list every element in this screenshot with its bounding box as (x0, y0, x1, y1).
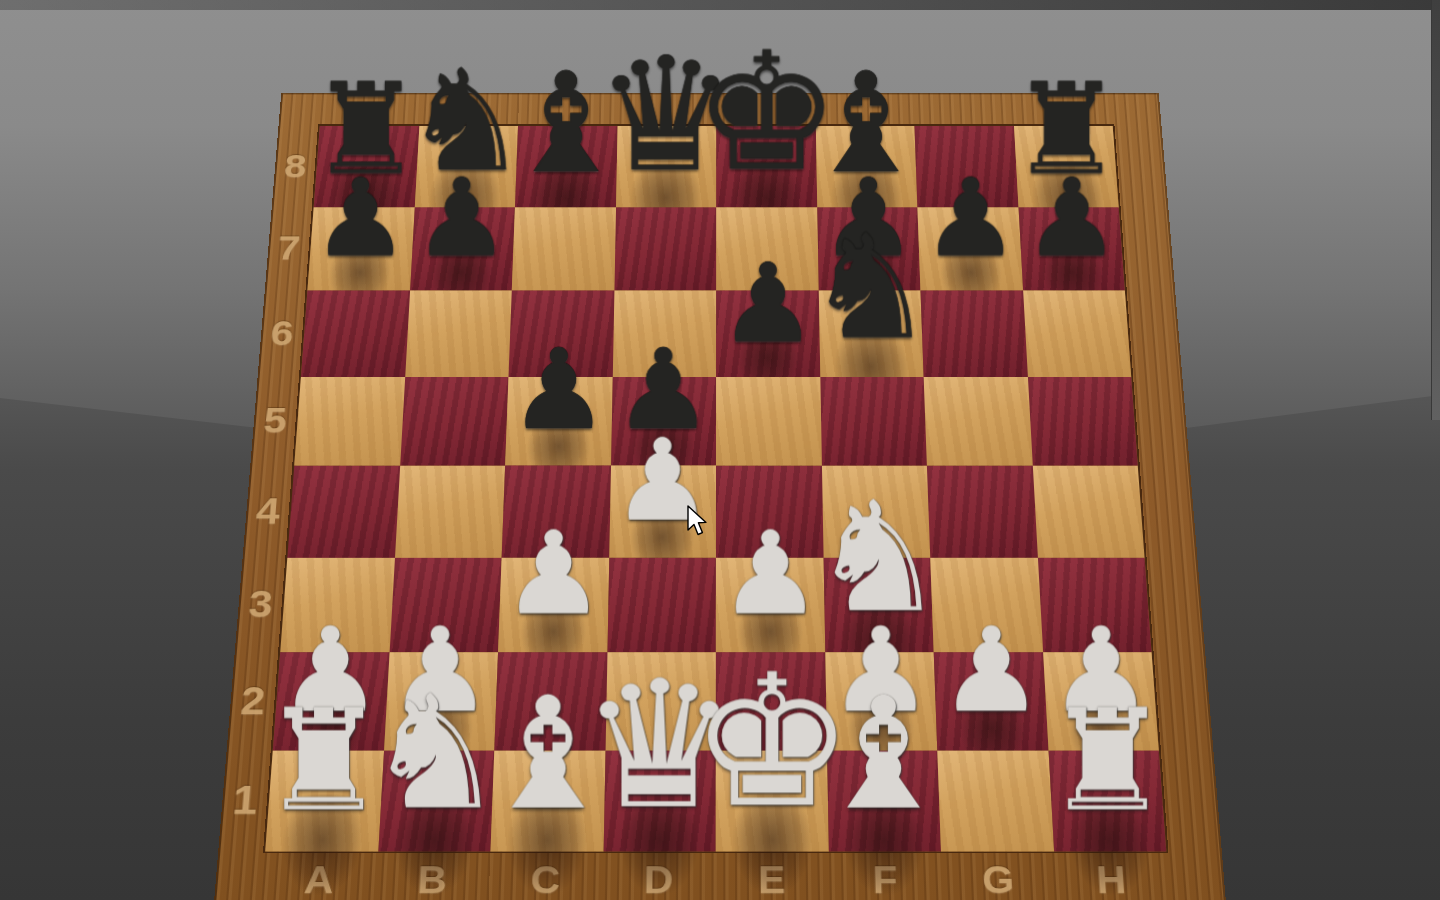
mouse-cursor-icon (686, 505, 710, 537)
square-c7[interactable] (512, 207, 616, 291)
square-a4[interactable] (287, 466, 399, 558)
piece-black-pawn-e6[interactable]: ♟ (719, 256, 817, 349)
rank-label-4: 4 (245, 493, 292, 530)
piece-black-pawn-a7[interactable]: ♟ (312, 173, 409, 265)
piece-white-pawn-c3[interactable]: ♟ (502, 525, 605, 623)
square-c3[interactable]: ♟ (498, 557, 609, 652)
rank-label-7: 7 (267, 232, 312, 265)
square-h5[interactable] (1027, 377, 1137, 466)
square-e8[interactable]: ♚ (716, 126, 817, 207)
piece-white-king-e1[interactable]: ♚ (690, 664, 854, 819)
square-h7[interactable]: ♟ (1018, 207, 1125, 291)
square-b5[interactable] (400, 377, 509, 466)
board-squares: ♜♞♝♛♚♝♜♟♟♟♟♟♟♞♟♟♟♟♟♞♟♟♟♟♟♜♞♝♛♚♝♜ (265, 126, 1166, 852)
rank-label-5: 5 (253, 403, 299, 438)
square-b7[interactable]: ♟ (410, 207, 515, 291)
rank-label-6: 6 (260, 316, 306, 350)
square-e6[interactable]: ♟ (716, 291, 820, 377)
square-b1[interactable]: ♞ (378, 750, 494, 851)
square-b4[interactable] (394, 466, 505, 558)
game-scene: 87654321ABCDEFGH♜♞♝♛♚♝♜♟♟♟♟♟♟♞♟♟♟♟♟♞♟♟♟♟… (0, 0, 1440, 900)
square-g5[interactable] (924, 377, 1033, 466)
piece-black-pawn-c5[interactable]: ♟ (509, 343, 609, 438)
square-h4[interactable] (1032, 466, 1144, 558)
piece-black-pawn-h7[interactable]: ♟ (1024, 173, 1121, 265)
square-a7[interactable]: ♟ (307, 207, 414, 291)
piece-black-pawn-b7[interactable]: ♟ (414, 173, 511, 265)
piece-white-rook-h1[interactable]: ♜ (1045, 701, 1171, 820)
square-f6[interactable]: ♞ (818, 291, 923, 377)
square-h1[interactable]: ♜ (1048, 750, 1166, 851)
piece-black-pawn-g7[interactable]: ♟ (922, 173, 1019, 265)
square-d7[interactable] (614, 207, 716, 291)
chess-board[interactable]: 87654321ABCDEFGH♜♞♝♛♚♝♜♟♟♟♟♟♟♞♟♟♟♟♟♞♟♟♟♟… (214, 93, 1226, 900)
piece-white-pawn-e3[interactable]: ♟ (719, 525, 822, 623)
square-e1[interactable]: ♚ (716, 750, 829, 851)
square-g1[interactable] (937, 750, 1053, 851)
piece-white-pawn-g2[interactable]: ♟ (939, 620, 1044, 719)
piece-white-knight-b1[interactable]: ♞ (365, 686, 506, 820)
piece-black-king-e8[interactable]: ♚ (693, 43, 839, 182)
piece-black-knight-f6[interactable]: ♞ (806, 227, 936, 350)
file-label-g: G (942, 860, 1057, 900)
square-a5[interactable] (294, 377, 404, 466)
square-c5[interactable]: ♟ (505, 377, 612, 466)
